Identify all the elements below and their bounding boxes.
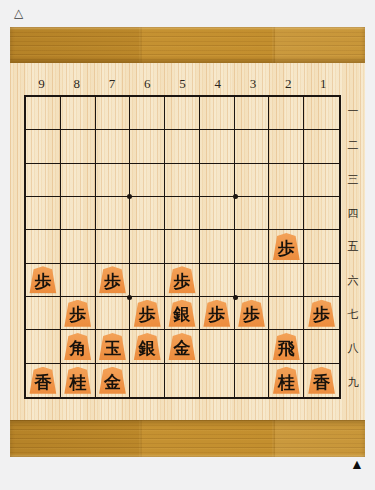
piece-knight[interactable]: 桂 — [63, 367, 92, 394]
square-68[interactable]: 銀 — [130, 330, 165, 363]
piece-pawn[interactable]: 歩 — [28, 266, 57, 293]
piece-silver[interactable]: 銀 — [167, 300, 196, 327]
file-label-3: 3 — [235, 75, 270, 93]
square-16[interactable] — [304, 264, 339, 297]
gote-hand-indicator: △ — [14, 7, 23, 19]
piece-kanji: 香 — [34, 372, 51, 394]
square-38[interactable] — [235, 330, 270, 363]
square-35[interactable] — [235, 230, 270, 263]
piece-pawn[interactable]: 歩 — [98, 266, 127, 293]
square-58[interactable]: 金 — [165, 330, 200, 363]
shogi-board: 987654321 一二三四五六七八九 歩歩歩歩歩歩銀歩歩歩角玉銀金飛香桂金桂香 — [10, 27, 365, 457]
piece-kanji: 銀 — [173, 304, 190, 326]
square-45[interactable] — [200, 230, 235, 263]
piece-kanji: 歩 — [139, 304, 156, 326]
square-44[interactable] — [200, 197, 235, 230]
piece-kanji: 桂 — [278, 372, 295, 394]
piece-kanji: 歩 — [278, 238, 295, 260]
square-11[interactable] — [304, 97, 339, 130]
square-74[interactable] — [96, 197, 131, 230]
square-75[interactable] — [96, 230, 131, 263]
square-24[interactable] — [269, 197, 304, 230]
square-66[interactable] — [130, 264, 165, 297]
square-84[interactable] — [61, 197, 96, 230]
square-59[interactable] — [165, 364, 200, 397]
square-92[interactable] — [26, 130, 61, 163]
square-81[interactable] — [61, 97, 96, 130]
square-52[interactable] — [165, 130, 200, 163]
square-42[interactable] — [200, 130, 235, 163]
board-face: 987654321 一二三四五六七八九 歩歩歩歩歩歩銀歩歩歩角玉銀金飛香桂金桂香 — [10, 63, 365, 420]
square-29[interactable]: 桂 — [269, 364, 304, 397]
square-18[interactable] — [304, 330, 339, 363]
square-14[interactable] — [304, 197, 339, 230]
square-64[interactable] — [130, 197, 165, 230]
square-46[interactable] — [200, 264, 235, 297]
piece-knight[interactable]: 桂 — [272, 367, 301, 394]
square-54[interactable] — [165, 197, 200, 230]
piece-gold[interactable]: 金 — [98, 367, 127, 394]
square-95[interactable] — [26, 230, 61, 263]
piece-kanji: 飛 — [278, 338, 295, 360]
square-78[interactable]: 玉 — [96, 330, 131, 363]
piece-kanji: 金 — [173, 338, 190, 360]
piece-bishop[interactable]: 角 — [63, 333, 92, 360]
square-96[interactable]: 歩 — [26, 264, 61, 297]
square-55[interactable] — [165, 230, 200, 263]
square-53[interactable] — [165, 164, 200, 197]
square-67[interactable]: 歩 — [130, 297, 165, 330]
piece-rook[interactable]: 飛 — [272, 333, 301, 360]
square-98[interactable] — [26, 330, 61, 363]
square-41[interactable] — [200, 97, 235, 130]
square-48[interactable] — [200, 330, 235, 363]
piece-kanji: 玉 — [104, 338, 121, 360]
rank-label-2: 二 — [343, 129, 363, 163]
square-99[interactable]: 香 — [26, 364, 61, 397]
square-72[interactable] — [96, 130, 131, 163]
piece-lance[interactable]: 香 — [28, 367, 57, 394]
rank-label-4: 四 — [343, 196, 363, 230]
square-49[interactable] — [200, 364, 235, 397]
square-73[interactable] — [96, 164, 131, 197]
square-15[interactable] — [304, 230, 339, 263]
star-point — [233, 295, 238, 300]
piece-kanji: 歩 — [34, 271, 51, 293]
square-47[interactable]: 歩 — [200, 297, 235, 330]
star-point — [233, 194, 238, 199]
square-86[interactable] — [61, 264, 96, 297]
board-grid: 歩歩歩歩歩歩銀歩歩歩角玉銀金飛香桂金桂香 — [24, 95, 341, 399]
rank-label-5: 五 — [343, 230, 363, 264]
square-23[interactable] — [269, 164, 304, 197]
rank-label-3: 三 — [343, 163, 363, 197]
square-19[interactable]: 香 — [304, 364, 339, 397]
square-12[interactable] — [304, 130, 339, 163]
square-21[interactable] — [269, 97, 304, 130]
piece-pawn[interactable]: 歩 — [133, 300, 162, 327]
square-83[interactable] — [61, 164, 96, 197]
piece-pawn[interactable]: 歩 — [237, 300, 266, 327]
piece-pawn[interactable]: 歩 — [272, 233, 301, 260]
piece-gold[interactable]: 金 — [167, 333, 196, 360]
piece-lance[interactable]: 香 — [307, 367, 336, 394]
square-27[interactable] — [269, 297, 304, 330]
file-label-1: 1 — [306, 75, 341, 93]
file-label-7: 7 — [94, 75, 129, 93]
square-33[interactable] — [235, 164, 270, 197]
square-65[interactable] — [130, 230, 165, 263]
rank-label-6: 六 — [343, 264, 363, 298]
file-label-9: 9 — [24, 75, 59, 93]
piece-silver[interactable]: 銀 — [133, 333, 162, 360]
square-85[interactable] — [61, 230, 96, 263]
square-91[interactable] — [26, 97, 61, 130]
piece-pawn[interactable]: 歩 — [307, 300, 336, 327]
square-89[interactable]: 桂 — [61, 364, 96, 397]
square-34[interactable] — [235, 197, 270, 230]
square-94[interactable] — [26, 197, 61, 230]
square-79[interactable]: 金 — [96, 364, 131, 397]
square-57[interactable]: 銀 — [165, 297, 200, 330]
board-frame-top — [10, 27, 365, 63]
square-61[interactable] — [130, 97, 165, 130]
piece-kanji: 金 — [104, 372, 121, 394]
shogi-diagram: △ 987654321 一二三四五六七八九 歩歩歩歩歩歩銀歩歩歩角玉銀金飛香桂金… — [0, 0, 375, 490]
piece-kanji: 歩 — [208, 304, 225, 326]
square-77[interactable] — [96, 297, 131, 330]
file-label-6: 6 — [130, 75, 165, 93]
piece-kanji: 歩 — [104, 271, 121, 293]
square-36[interactable] — [235, 264, 270, 297]
piece-kanji: 歩 — [69, 304, 86, 326]
square-13[interactable] — [304, 164, 339, 197]
square-39[interactable] — [235, 364, 270, 397]
square-25[interactable]: 歩 — [269, 230, 304, 263]
square-82[interactable] — [61, 130, 96, 163]
board-frame-bottom — [10, 420, 365, 457]
square-63[interactable] — [130, 164, 165, 197]
square-93[interactable] — [26, 164, 61, 197]
sente-hand-indicator: ▲ — [350, 458, 364, 472]
piece-kanji: 歩 — [173, 271, 190, 293]
square-28[interactable]: 飛 — [269, 330, 304, 363]
piece-pawn[interactable]: 歩 — [63, 300, 92, 327]
file-label-5: 5 — [165, 75, 200, 93]
piece-pawn[interactable]: 歩 — [167, 266, 196, 293]
square-43[interactable] — [200, 164, 235, 197]
square-71[interactable] — [96, 97, 131, 130]
square-62[interactable] — [130, 130, 165, 163]
piece-kanji: 香 — [313, 372, 330, 394]
square-97[interactable] — [26, 297, 61, 330]
square-17[interactable]: 歩 — [304, 297, 339, 330]
piece-kanji: 角 — [69, 338, 86, 360]
square-76[interactable]: 歩 — [96, 264, 131, 297]
piece-kanji: 歩 — [313, 304, 330, 326]
square-37[interactable]: 歩 — [235, 297, 270, 330]
square-22[interactable] — [269, 130, 304, 163]
rank-label-1: 一 — [343, 95, 363, 129]
file-label-4: 4 — [200, 75, 235, 93]
square-31[interactable] — [235, 97, 270, 130]
piece-kanji: 桂 — [69, 372, 86, 394]
square-32[interactable] — [235, 130, 270, 163]
square-51[interactable] — [165, 97, 200, 130]
square-69[interactable] — [130, 364, 165, 397]
square-56[interactable]: 歩 — [165, 264, 200, 297]
square-87[interactable]: 歩 — [61, 297, 96, 330]
piece-pawn[interactable]: 歩 — [202, 300, 231, 327]
piece-king[interactable]: 玉 — [98, 333, 127, 360]
star-point — [127, 194, 132, 199]
rank-label-9: 九 — [343, 365, 363, 399]
rank-label-8: 八 — [343, 331, 363, 365]
rank-label-7: 七 — [343, 298, 363, 332]
square-26[interactable] — [269, 264, 304, 297]
piece-kanji: 歩 — [243, 304, 260, 326]
file-label-2: 2 — [271, 75, 306, 93]
file-label-8: 8 — [59, 75, 94, 93]
square-88[interactable]: 角 — [61, 330, 96, 363]
piece-kanji: 銀 — [139, 338, 156, 360]
